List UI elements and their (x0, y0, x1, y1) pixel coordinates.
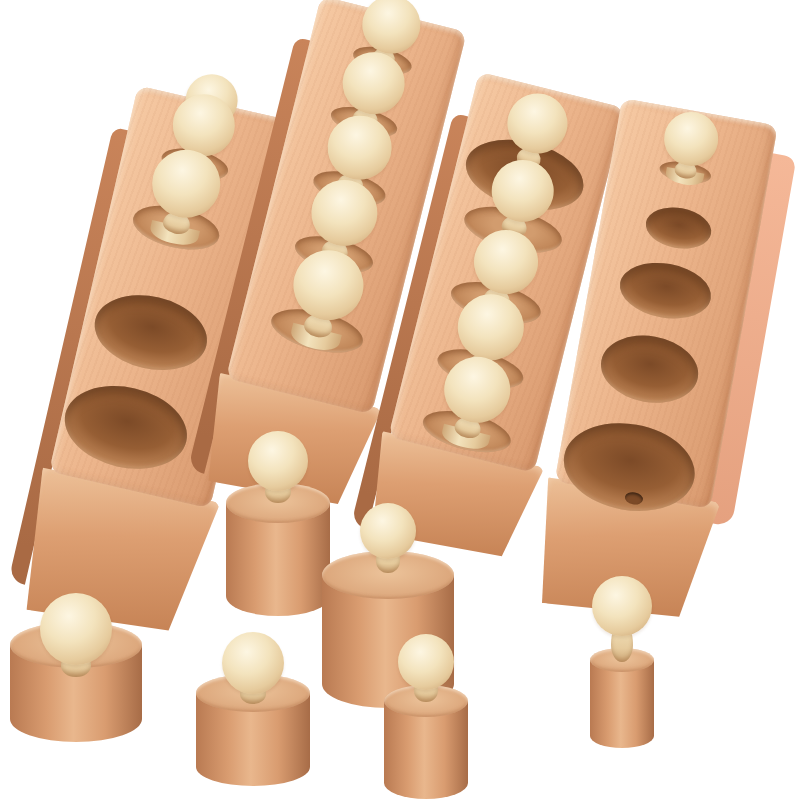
loose-cylinder-3-knob-sphere (248, 431, 308, 491)
loose-cylinder-6-knob-sphere (592, 576, 652, 636)
loose-cylinder-4-knob-sphere (398, 634, 454, 690)
loose-cylinder-5-knob-sphere (360, 503, 416, 559)
loose-cylinder-1-knob-sphere (40, 593, 112, 665)
stage (0, 0, 800, 800)
loose-cylinder-2-knob-sphere (222, 632, 284, 694)
loose-cylinder-6-body (590, 660, 654, 748)
